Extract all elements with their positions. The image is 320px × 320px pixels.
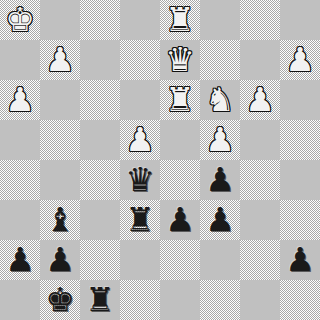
square-d1[interactable] [120, 280, 160, 320]
square-f5[interactable]: ♟ [200, 120, 240, 160]
black-pawn-f3[interactable]: ♟ [205, 203, 235, 236]
black-pawn-f4[interactable]: ♟ [205, 163, 235, 196]
square-h2[interactable]: ♟ [280, 240, 320, 280]
black-rook-d3[interactable]: ♜ [125, 203, 155, 236]
square-d3[interactable]: ♜ [120, 200, 160, 240]
black-pawn-h2[interactable]: ♟ [285, 243, 315, 276]
square-d2[interactable] [120, 240, 160, 280]
square-h1[interactable] [280, 280, 320, 320]
square-h8[interactable] [280, 0, 320, 40]
square-g4[interactable] [240, 160, 280, 200]
square-b1[interactable]: ♚ [40, 280, 80, 320]
chess-board: ♚♜♟♛♟♟♜♞♟♟♟♛♟♝♜♟♟♟♟♟♚♜ [0, 0, 320, 320]
square-c6[interactable] [80, 80, 120, 120]
white-king-a8[interactable]: ♚ [5, 3, 35, 36]
square-d5[interactable]: ♟ [120, 120, 160, 160]
black-rook-c1[interactable]: ♜ [85, 283, 115, 316]
square-g8[interactable] [240, 0, 280, 40]
white-pawn-b7[interactable]: ♟ [45, 43, 75, 76]
square-a5[interactable] [0, 120, 40, 160]
white-pawn-g6[interactable]: ♟ [245, 83, 275, 116]
square-b2[interactable]: ♟ [40, 240, 80, 280]
square-c1[interactable]: ♜ [80, 280, 120, 320]
square-d8[interactable] [120, 0, 160, 40]
square-e3[interactable]: ♟ [160, 200, 200, 240]
white-pawn-a6[interactable]: ♟ [5, 83, 35, 116]
square-b5[interactable] [40, 120, 80, 160]
square-c2[interactable] [80, 240, 120, 280]
square-b7[interactable]: ♟ [40, 40, 80, 80]
square-a8[interactable]: ♚ [0, 0, 40, 40]
square-h3[interactable] [280, 200, 320, 240]
square-a1[interactable] [0, 280, 40, 320]
black-pawn-b2[interactable]: ♟ [45, 243, 75, 276]
square-a3[interactable] [0, 200, 40, 240]
square-e2[interactable] [160, 240, 200, 280]
square-d7[interactable] [120, 40, 160, 80]
square-c4[interactable] [80, 160, 120, 200]
square-f8[interactable] [200, 0, 240, 40]
square-b8[interactable] [40, 0, 80, 40]
square-c5[interactable] [80, 120, 120, 160]
white-rook-e6[interactable]: ♜ [165, 83, 195, 116]
square-b3[interactable]: ♝ [40, 200, 80, 240]
square-e4[interactable] [160, 160, 200, 200]
square-f7[interactable] [200, 40, 240, 80]
black-pawn-a2[interactable]: ♟ [5, 243, 35, 276]
black-bishop-b3[interactable]: ♝ [45, 203, 75, 236]
square-f2[interactable] [200, 240, 240, 280]
square-b6[interactable] [40, 80, 80, 120]
square-f6[interactable]: ♞ [200, 80, 240, 120]
square-g3[interactable] [240, 200, 280, 240]
square-e1[interactable] [160, 280, 200, 320]
square-f4[interactable]: ♟ [200, 160, 240, 200]
white-pawn-f5[interactable]: ♟ [205, 123, 235, 156]
square-g1[interactable] [240, 280, 280, 320]
square-d6[interactable] [120, 80, 160, 120]
square-a6[interactable]: ♟ [0, 80, 40, 120]
square-a7[interactable] [0, 40, 40, 80]
black-king-b1[interactable]: ♚ [45, 283, 75, 316]
square-e6[interactable]: ♜ [160, 80, 200, 120]
square-d4[interactable]: ♛ [120, 160, 160, 200]
black-queen-d4[interactable]: ♛ [125, 163, 155, 196]
square-h4[interactable] [280, 160, 320, 200]
square-b4[interactable] [40, 160, 80, 200]
white-pawn-h7[interactable]: ♟ [285, 43, 315, 76]
square-f3[interactable]: ♟ [200, 200, 240, 240]
white-queen-e7[interactable]: ♛ [165, 43, 195, 76]
square-c7[interactable] [80, 40, 120, 80]
square-e7[interactable]: ♛ [160, 40, 200, 80]
square-a4[interactable] [0, 160, 40, 200]
white-pawn-d5[interactable]: ♟ [125, 123, 155, 156]
square-a2[interactable]: ♟ [0, 240, 40, 280]
white-knight-f6[interactable]: ♞ [205, 83, 235, 116]
square-g6[interactable]: ♟ [240, 80, 280, 120]
square-c8[interactable] [80, 0, 120, 40]
black-pawn-e3[interactable]: ♟ [165, 203, 195, 236]
white-rook-e8[interactable]: ♜ [165, 3, 195, 36]
square-g7[interactable] [240, 40, 280, 80]
square-h5[interactable] [280, 120, 320, 160]
square-c3[interactable] [80, 200, 120, 240]
square-f1[interactable] [200, 280, 240, 320]
square-g5[interactable] [240, 120, 280, 160]
square-e5[interactable] [160, 120, 200, 160]
square-h7[interactable]: ♟ [280, 40, 320, 80]
square-h6[interactable] [280, 80, 320, 120]
square-e8[interactable]: ♜ [160, 0, 200, 40]
square-g2[interactable] [240, 240, 280, 280]
